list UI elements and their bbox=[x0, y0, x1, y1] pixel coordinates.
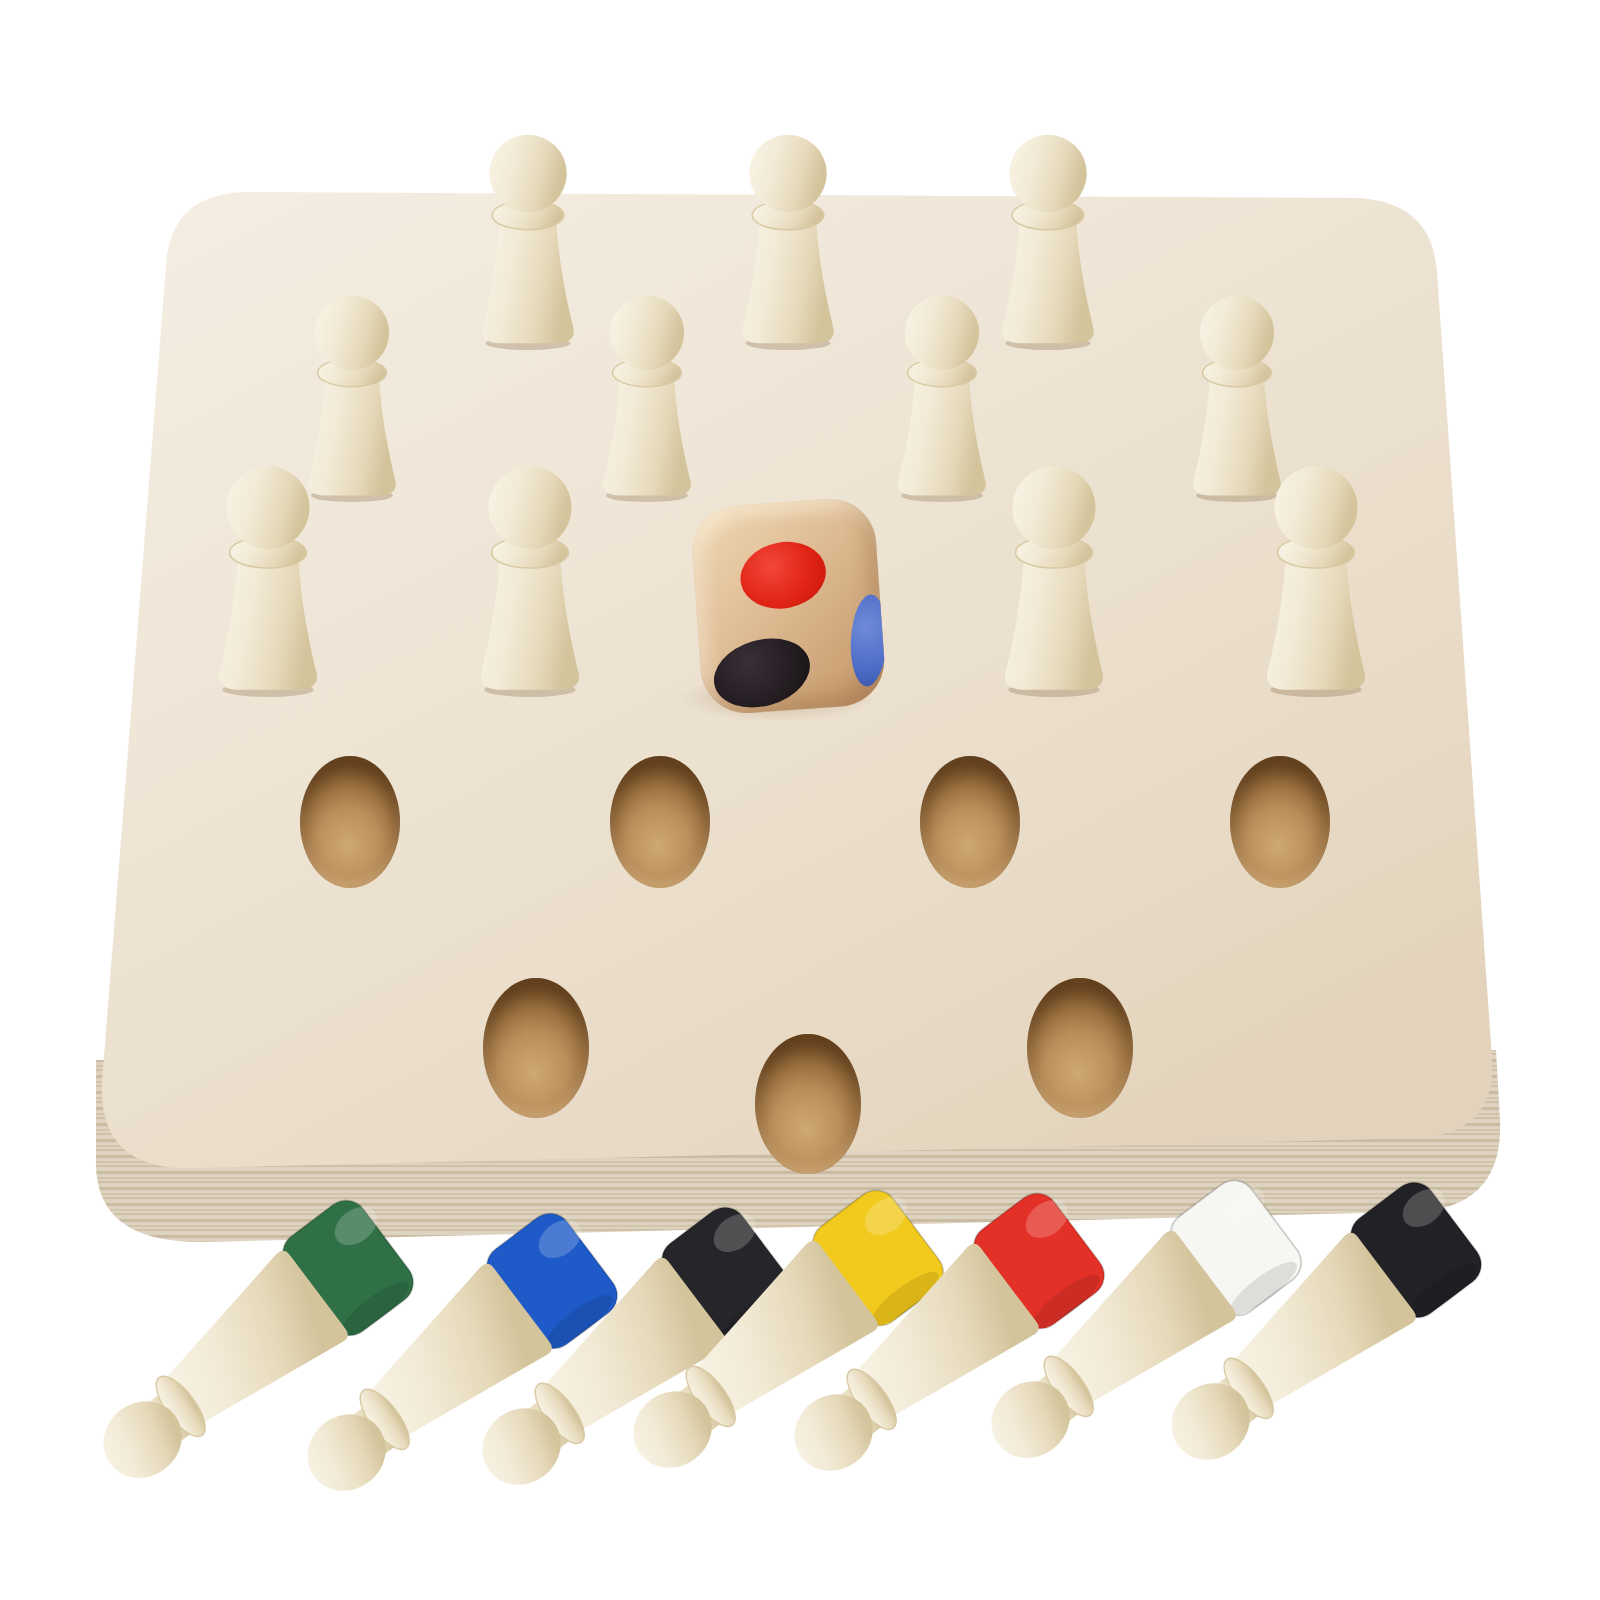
product-photo-scene bbox=[0, 0, 1600, 1600]
tray-of-color-pegs bbox=[0, 0, 1600, 1600]
